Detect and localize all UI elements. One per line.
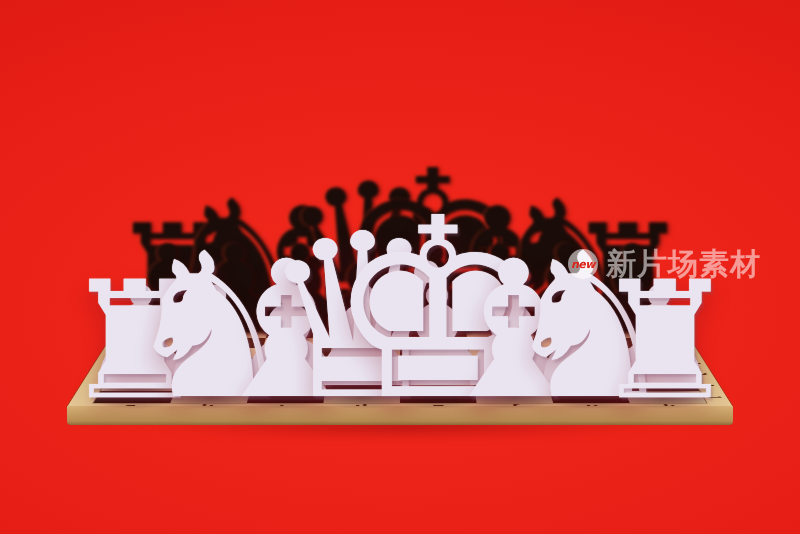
piece-shadow-d2: [320, 374, 407, 397]
piece-black-pawn-d7: ♟: [312, 229, 423, 352]
piece-white-pawn-e2: ♟: [375, 268, 498, 405]
piece-shadow-f7: [461, 323, 539, 344]
piece-white-pawn-b2: ♟: [153, 268, 276, 405]
piece-shadow-d8: [329, 314, 405, 334]
piece-shadow-d1: [318, 385, 407, 409]
piece-black-knight-g8: ♞: [486, 178, 640, 350]
piece-black-rook-a8: ♜: [110, 206, 235, 345]
piece-shadow-c7: [261, 323, 339, 344]
piece-black-rook-h8: ♜: [565, 206, 690, 345]
piece-black-bishop-c8: ♝: [229, 186, 375, 349]
piece-shadow-f8: [459, 314, 535, 334]
piece-shadow-b7: [195, 323, 273, 344]
piece-white-rook-a1: ♜: [62, 259, 207, 421]
piece-shadow-d7: [328, 323, 406, 344]
piece-black-pawn-b7: ♟: [179, 229, 290, 352]
piece-black-pawn-g7: ♟: [511, 229, 622, 352]
piece-white-queen-d1: ♛: [260, 204, 464, 431]
piece-shadow-h8: [590, 314, 666, 334]
piece-white-rook-h1: ♜: [592, 259, 737, 421]
piece-white-pawn-h2: ♟: [597, 268, 720, 405]
piece-white-king-e1: ♚: [326, 186, 549, 435]
piece-white-bishop-c1: ♝: [202, 236, 372, 425]
piece-white-pawn-c2: ♟: [227, 268, 350, 405]
piece-shadow-c8: [264, 314, 340, 334]
piece-black-knight-b8: ♞: [160, 178, 314, 350]
piece-shadow-b1: [166, 385, 255, 409]
piece-shadow-g7: [527, 323, 605, 344]
piece-white-knight-g1: ♞: [500, 227, 679, 427]
piece-black-pawn-h7: ♟: [577, 229, 688, 352]
piece-white-pawn-a2: ♟: [79, 268, 202, 405]
piece-shadow-e7: [394, 323, 472, 344]
piece-shadow-a1: [91, 385, 180, 409]
piece-shadow-b8: [199, 314, 275, 334]
piece-white-pawn-f2: ♟: [449, 268, 572, 405]
piece-shadow-a8: [134, 314, 210, 334]
piece-shadow-g8: [525, 314, 601, 334]
piece-shadow-g2: [542, 374, 629, 397]
piece-black-pawn-e7: ♟: [378, 229, 489, 352]
piece-shadow-a2: [98, 374, 185, 397]
piece-shadow-f2: [468, 374, 555, 397]
piece-white-knight-b1: ♞: [121, 227, 300, 427]
piece-black-king-e8: ♚: [337, 143, 529, 357]
piece-black-pawn-f7: ♟: [444, 229, 555, 352]
piece-shadow-e2: [394, 374, 481, 397]
piece-shadow-a7: [129, 323, 207, 344]
piece-shadow-b2: [172, 374, 259, 397]
piece-shadow-h1: [621, 385, 710, 409]
piece-shadow-c2: [246, 374, 333, 397]
piece-shadow-g1: [545, 385, 634, 409]
piece-shadow-f1: [469, 385, 558, 409]
piece-shadow-e8: [394, 314, 470, 334]
piece-black-queen-d8: ♛: [280, 158, 455, 353]
stock-photo-red-chess: { "game": "chess", "position": { "fen": …: [0, 0, 800, 534]
pieces-layer: ♜♞♝♛♚♝♞♜♟♟♟♟♟♟♟♟♟♟♟♟♟♟♟♟♜♞♝♛♚♝♞♜: [0, 0, 800, 534]
piece-black-pawn-c7: ♟: [245, 229, 356, 352]
piece-white-pawn-d2: ♟: [301, 268, 424, 405]
piece-white-bishop-f1: ♝: [429, 236, 599, 425]
piece-white-pawn-g2: ♟: [523, 268, 646, 405]
piece-shadow-h7: [594, 323, 672, 344]
piece-black-bishop-f8: ♝: [425, 186, 571, 349]
piece-shadow-e1: [394, 385, 483, 409]
piece-shadow-c1: [242, 385, 331, 409]
piece-shadow-h2: [616, 374, 703, 397]
piece-black-pawn-a7: ♟: [112, 229, 223, 352]
